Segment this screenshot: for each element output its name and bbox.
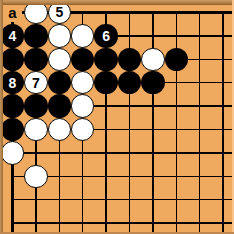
white-stone-move-7: 7 bbox=[24, 71, 47, 94]
board-frame-left bbox=[0, 0, 3, 234]
black-stone bbox=[48, 94, 71, 117]
white-stone bbox=[48, 118, 71, 141]
white-stone bbox=[141, 48, 164, 71]
move-number: 4 bbox=[9, 29, 17, 43]
white-stone bbox=[24, 118, 47, 141]
go-board: a54687 bbox=[0, 0, 234, 234]
move-number: 5 bbox=[55, 5, 63, 19]
white-stone bbox=[1, 141, 24, 164]
white-stone bbox=[71, 94, 94, 117]
black-stone bbox=[24, 24, 47, 47]
black-stone bbox=[94, 71, 117, 94]
black-stone-move-6: 6 bbox=[94, 24, 117, 47]
board-frame-bottom bbox=[0, 232, 234, 234]
white-stone bbox=[71, 24, 94, 47]
move-number: 7 bbox=[32, 76, 40, 90]
black-stone bbox=[1, 94, 24, 117]
white-stone bbox=[48, 24, 71, 47]
move-number: 6 bbox=[102, 29, 110, 43]
board-frame-right bbox=[232, 0, 234, 234]
black-stone bbox=[141, 71, 164, 94]
black-stone bbox=[118, 71, 141, 94]
grid-vline bbox=[199, 11, 200, 234]
black-stone bbox=[118, 48, 141, 71]
move-number: 8 bbox=[9, 76, 17, 90]
black-stone bbox=[94, 48, 117, 71]
white-stone bbox=[48, 48, 71, 71]
black-stone bbox=[165, 48, 188, 71]
white-stone bbox=[24, 165, 47, 188]
grid-hline bbox=[11, 222, 234, 223]
grid-hline bbox=[11, 199, 234, 200]
black-stone bbox=[48, 71, 71, 94]
black-stone-move-4: 4 bbox=[1, 24, 24, 47]
black-stone-move-8: 8 bbox=[1, 71, 24, 94]
grid-vline bbox=[176, 11, 177, 234]
board-frame-top bbox=[0, 0, 234, 5]
black-stone bbox=[24, 48, 47, 71]
black-stone bbox=[1, 48, 24, 71]
grid-vline bbox=[129, 11, 130, 234]
grid-vline bbox=[222, 11, 223, 234]
white-stone bbox=[71, 118, 94, 141]
grid-vline bbox=[152, 11, 153, 234]
point-label-a: a bbox=[4, 3, 22, 21]
black-stone bbox=[24, 94, 47, 117]
white-stone bbox=[71, 71, 94, 94]
black-stone bbox=[71, 48, 94, 71]
black-stone bbox=[1, 118, 24, 141]
grid-hline bbox=[11, 152, 234, 153]
